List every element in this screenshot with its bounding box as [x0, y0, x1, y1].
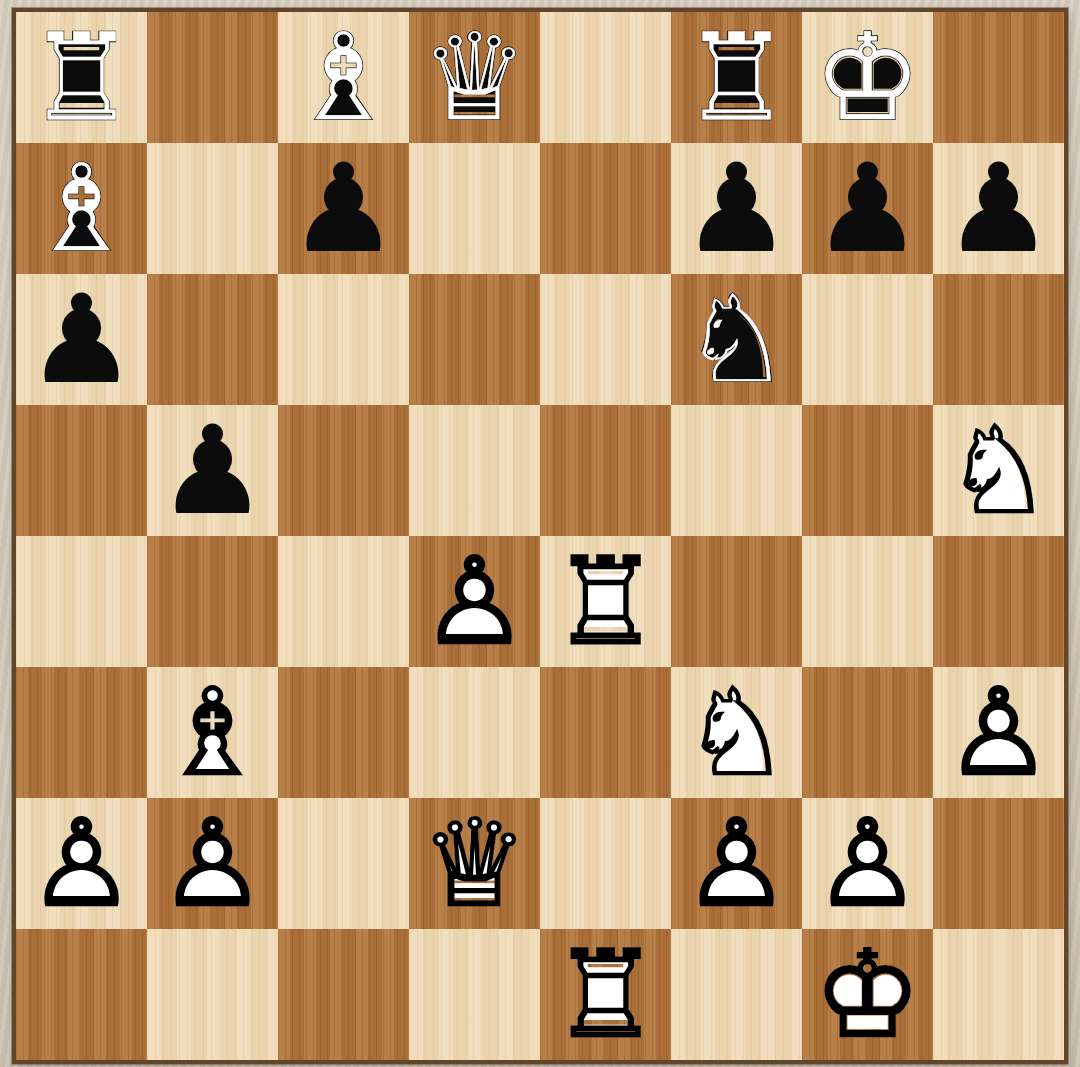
white-king-outline: ♔ [802, 929, 933, 1060]
white-king[interactable]: ♚♔ [802, 929, 933, 1060]
black-knight[interactable]: ♞♘ [671, 274, 802, 405]
square-h6[interactable] [933, 274, 1064, 405]
square-d5[interactable] [409, 405, 540, 536]
black-rook-outline: ♖ [16, 12, 147, 143]
chess-board: ♜♖♝♗♛♕♜♖♚♔♝♗♟♟♟♟♟♞♘♟♞♘♟♙♜♖♝♗♞♘♟♙♟♙♟♙♛♕♟♙… [16, 12, 1064, 1060]
black-bishop[interactable]: ♝♗ [16, 143, 147, 274]
black-king[interactable]: ♚♔ [802, 12, 933, 143]
white-pawn[interactable]: ♟♙ [802, 798, 933, 929]
square-e2[interactable] [540, 798, 671, 929]
white-knight[interactable]: ♞♘ [671, 667, 802, 798]
square-h1[interactable] [933, 929, 1064, 1060]
square-a1[interactable] [16, 929, 147, 1060]
black-pawn[interactable]: ♟ [278, 143, 409, 274]
white-pawn-outline: ♙ [16, 798, 147, 929]
black-pawn[interactable]: ♟ [671, 143, 802, 274]
square-a5[interactable] [16, 405, 147, 536]
square-c7[interactable]: ♟ [278, 143, 409, 274]
square-g6[interactable] [802, 274, 933, 405]
square-f2[interactable]: ♟♙ [671, 798, 802, 929]
white-rook[interactable]: ♜♖ [540, 929, 671, 1060]
white-rook-outline: ♖ [540, 929, 671, 1060]
square-g2[interactable]: ♟♙ [802, 798, 933, 929]
black-rook[interactable]: ♜♖ [16, 12, 147, 143]
square-a8[interactable]: ♜♖ [16, 12, 147, 143]
square-h4[interactable] [933, 536, 1064, 667]
square-h5[interactable]: ♞♘ [933, 405, 1064, 536]
square-f8[interactable]: ♜♖ [671, 12, 802, 143]
black-pawn-glyph: ♟ [147, 405, 278, 536]
square-b1[interactable] [147, 929, 278, 1060]
black-king-outline: ♔ [802, 12, 933, 143]
white-pawn[interactable]: ♟♙ [933, 667, 1064, 798]
square-b5[interactable]: ♟ [147, 405, 278, 536]
black-pawn[interactable]: ♟ [802, 143, 933, 274]
square-c8[interactable]: ♝♗ [278, 12, 409, 143]
black-pawn[interactable]: ♟ [147, 405, 278, 536]
black-rook[interactable]: ♜♖ [671, 12, 802, 143]
square-e6[interactable] [540, 274, 671, 405]
square-e4[interactable]: ♜♖ [540, 536, 671, 667]
white-bishop[interactable]: ♝♗ [147, 667, 278, 798]
white-rook-outline: ♖ [540, 536, 671, 667]
square-a4[interactable] [16, 536, 147, 667]
black-knight-outline: ♘ [671, 274, 802, 405]
square-h3[interactable]: ♟♙ [933, 667, 1064, 798]
square-h7[interactable]: ♟ [933, 143, 1064, 274]
square-d7[interactable] [409, 143, 540, 274]
square-d6[interactable] [409, 274, 540, 405]
square-g5[interactable] [802, 405, 933, 536]
square-a6[interactable]: ♟ [16, 274, 147, 405]
square-d1[interactable] [409, 929, 540, 1060]
black-pawn-glyph: ♟ [933, 143, 1064, 274]
square-f3[interactable]: ♞♘ [671, 667, 802, 798]
square-a3[interactable] [16, 667, 147, 798]
square-f1[interactable] [671, 929, 802, 1060]
square-d2[interactable]: ♛♕ [409, 798, 540, 929]
square-g1[interactable]: ♚♔ [802, 929, 933, 1060]
white-pawn-outline: ♙ [409, 536, 540, 667]
square-f6[interactable]: ♞♘ [671, 274, 802, 405]
white-pawn-outline: ♙ [147, 798, 278, 929]
square-b4[interactable] [147, 536, 278, 667]
square-d8[interactable]: ♛♕ [409, 12, 540, 143]
square-d4[interactable]: ♟♙ [409, 536, 540, 667]
square-g8[interactable]: ♚♔ [802, 12, 933, 143]
square-g7[interactable]: ♟ [802, 143, 933, 274]
square-b3[interactable]: ♝♗ [147, 667, 278, 798]
white-pawn[interactable]: ♟♙ [16, 798, 147, 929]
square-b6[interactable] [147, 274, 278, 405]
square-g3[interactable] [802, 667, 933, 798]
square-e1[interactable]: ♜♖ [540, 929, 671, 1060]
square-c4[interactable] [278, 536, 409, 667]
square-a7[interactable]: ♝♗ [16, 143, 147, 274]
black-queen[interactable]: ♛♕ [409, 12, 540, 143]
square-c3[interactable] [278, 667, 409, 798]
square-d3[interactable] [409, 667, 540, 798]
white-knight-outline: ♘ [933, 405, 1064, 536]
square-e5[interactable] [540, 405, 671, 536]
square-b8[interactable] [147, 12, 278, 143]
black-pawn[interactable]: ♟ [16, 274, 147, 405]
square-f4[interactable] [671, 536, 802, 667]
white-pawn[interactable]: ♟♙ [409, 536, 540, 667]
square-c6[interactable] [278, 274, 409, 405]
square-h8[interactable] [933, 12, 1064, 143]
black-bishop-outline: ♗ [16, 143, 147, 274]
white-pawn-outline: ♙ [802, 798, 933, 929]
white-knight[interactable]: ♞♘ [933, 405, 1064, 536]
black-pawn[interactable]: ♟ [933, 143, 1064, 274]
black-rook-outline: ♖ [671, 12, 802, 143]
square-b7[interactable] [147, 143, 278, 274]
white-pawn[interactable]: ♟♙ [147, 798, 278, 929]
white-pawn[interactable]: ♟♙ [671, 798, 802, 929]
black-pawn-glyph: ♟ [278, 143, 409, 274]
square-c1[interactable] [278, 929, 409, 1060]
black-pawn-glyph: ♟ [671, 143, 802, 274]
board-frame: ♜♖♝♗♛♕♜♖♚♔♝♗♟♟♟♟♟♞♘♟♞♘♟♙♜♖♝♗♞♘♟♙♟♙♟♙♛♕♟♙… [12, 8, 1068, 1064]
square-g4[interactable] [802, 536, 933, 667]
square-c5[interactable] [278, 405, 409, 536]
white-queen[interactable]: ♛♕ [409, 798, 540, 929]
black-bishop-outline: ♗ [278, 12, 409, 143]
square-c2[interactable] [278, 798, 409, 929]
square-e3[interactable] [540, 667, 671, 798]
square-h2[interactable] [933, 798, 1064, 929]
white-queen-outline: ♕ [409, 798, 540, 929]
square-e8[interactable] [540, 12, 671, 143]
square-f7[interactable]: ♟ [671, 143, 802, 274]
black-queen-outline: ♕ [409, 12, 540, 143]
white-pawn-outline: ♙ [671, 798, 802, 929]
black-pawn-glyph: ♟ [802, 143, 933, 274]
square-a2[interactable]: ♟♙ [16, 798, 147, 929]
black-bishop[interactable]: ♝♗ [278, 12, 409, 143]
square-b2[interactable]: ♟♙ [147, 798, 278, 929]
white-rook[interactable]: ♜♖ [540, 536, 671, 667]
black-pawn-glyph: ♟ [16, 274, 147, 405]
white-bishop-outline: ♗ [147, 667, 278, 798]
white-knight-outline: ♘ [671, 667, 802, 798]
white-pawn-outline: ♙ [933, 667, 1064, 798]
square-f5[interactable] [671, 405, 802, 536]
square-e7[interactable] [540, 143, 671, 274]
